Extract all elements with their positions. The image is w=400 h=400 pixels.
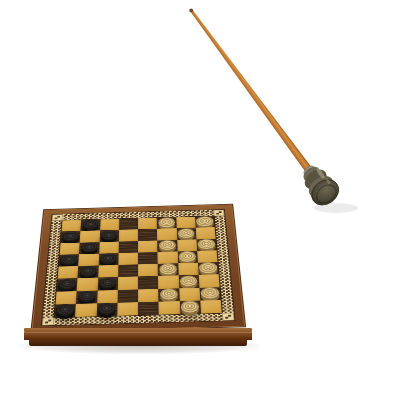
board-square-b5: ⛂ — [78, 265, 99, 278]
board-square-e4 — [138, 252, 158, 264]
board-square-b4 — [78, 254, 98, 266]
board-square-d3 — [118, 241, 138, 253]
board-square-e7 — [138, 289, 159, 302]
board-square-f4 — [158, 251, 178, 263]
photo-antique-draughts-board-and-cane: ⛂⛀⛀⛂⛂⛀⛂⛀⛀⛂⛂⛀⛂⛀⛀⛂⛂⛀⛂⛀⛀⛂⛂⛀ — [0, 0, 400, 400]
dark-checker-piece: ⛂ — [100, 230, 117, 240]
board-square-h7: ⛀ — [199, 287, 221, 300]
board-square-e8 — [138, 301, 159, 315]
dark-checker-piece: ⛂ — [62, 231, 80, 241]
board-frame: ⛂⛀⛀⛂⛂⛀⛂⛀⛀⛂⛂⛀⛂⛀⛀⛂⛂⛀⛂⛀⛀⛂⛂⛀ — [30, 204, 246, 333]
board-square-h5: ⛀ — [198, 262, 219, 275]
inlay-corner-top-right — [213, 210, 224, 216]
board-square-f8 — [159, 301, 180, 315]
board-square-h4 — [197, 250, 218, 262]
inlay-corner-top-left — [52, 214, 63, 220]
light-checker-piece: ⛀ — [159, 263, 177, 274]
board-square-f5: ⛀ — [158, 263, 178, 276]
light-checker-piece: ⛀ — [180, 275, 198, 287]
board-square-g6: ⛀ — [178, 275, 199, 288]
board-square-a1 — [62, 220, 82, 232]
board-square-c1 — [100, 219, 119, 231]
board-square-d6 — [118, 277, 138, 290]
inlay-corner-bottom-left — [42, 318, 54, 326]
cane-shaft — [190, 9, 311, 171]
board-square-e3 — [138, 240, 158, 252]
light-checker-piece: ⛀ — [160, 288, 178, 300]
board-square-a4: ⛂ — [59, 254, 80, 266]
board-square-c5 — [98, 265, 118, 278]
light-checker-piece: ⛀ — [181, 300, 200, 312]
board-square-c3 — [99, 241, 119, 253]
dark-checker-piece: ⛂ — [100, 253, 118, 264]
board-square-f1: ⛀ — [157, 217, 176, 229]
board-square-f2 — [157, 228, 177, 240]
board-square-g1 — [176, 217, 196, 229]
board-square-g3 — [177, 239, 197, 251]
board-square-b2 — [80, 230, 100, 242]
board-square-g2: ⛀ — [176, 228, 196, 240]
board-square-h2 — [196, 227, 216, 239]
board-square-d1 — [119, 218, 138, 230]
board-square-d2 — [119, 229, 138, 241]
base-molding-middle — [24, 332, 252, 340]
board-square-c2: ⛂ — [99, 230, 119, 242]
light-checker-piece: ⛀ — [196, 216, 213, 226]
light-checker-piece: ⛀ — [159, 240, 176, 251]
board-square-b6 — [77, 278, 98, 291]
board-square-d8 — [117, 302, 138, 316]
board-square-e2 — [138, 229, 157, 241]
dark-checker-piece: ⛂ — [80, 242, 98, 253]
dark-checker-piece: ⛂ — [99, 277, 117, 289]
base-molding-bottom — [29, 340, 247, 346]
board-square-e5 — [138, 264, 158, 277]
board-square-d7 — [117, 289, 138, 302]
board-square-g4: ⛀ — [177, 251, 197, 263]
board-square-b8 — [75, 303, 96, 317]
board-inlay-border: ⛂⛀⛀⛂⛂⛀⛂⛀⛀⛂⛂⛀⛂⛀⛀⛂⛂⛀⛂⛀⛀⛂⛂⛀ — [41, 209, 236, 326]
board-square-e1 — [138, 218, 157, 230]
light-checker-piece: ⛀ — [178, 251, 196, 262]
board-square-c8: ⛂ — [96, 303, 117, 317]
board-square-a8: ⛂ — [54, 304, 76, 318]
board-square-a5 — [58, 266, 79, 279]
board-base-plinth — [24, 328, 252, 346]
board-square-b1: ⛂ — [81, 219, 101, 231]
board-square-h1: ⛀ — [195, 216, 215, 228]
board-square-f7: ⛀ — [158, 288, 179, 301]
draughts-board: ⛂⛀⛀⛂⛂⛀⛂⛀⛀⛂⛂⛀⛂⛀⛀⛂⛂⛀⛂⛀⛀⛂⛂⛀ — [30, 204, 246, 333]
board-square-b3: ⛂ — [79, 242, 99, 254]
board-square-a7 — [55, 291, 76, 304]
board-square-d4 — [118, 252, 138, 264]
board-square-a6: ⛂ — [57, 278, 78, 291]
board-square-g5 — [178, 263, 199, 276]
board-square-d5 — [118, 264, 138, 277]
board-square-g8: ⛀ — [179, 300, 201, 314]
board-square-h8 — [200, 300, 222, 314]
light-checker-piece: ⛀ — [177, 228, 194, 238]
board-square-f3: ⛀ — [157, 240, 177, 252]
board-square-c6: ⛂ — [97, 277, 118, 290]
board-square-h3: ⛀ — [196, 239, 216, 251]
dark-checker-piece: ⛂ — [82, 220, 99, 230]
board-square-f6 — [158, 275, 179, 288]
board-square-a3 — [60, 242, 80, 254]
board-square-a2: ⛂ — [61, 231, 81, 243]
light-checker-piece: ⛀ — [158, 217, 175, 227]
light-checker-piece: ⛀ — [199, 262, 217, 273]
dark-checker-piece: ⛂ — [77, 290, 96, 302]
dark-checker-piece: ⛂ — [79, 266, 97, 277]
board-square-g7 — [179, 287, 200, 300]
board-square-c4: ⛂ — [98, 253, 118, 265]
dark-checker-piece: ⛂ — [58, 278, 77, 290]
board-square-e6 — [138, 276, 158, 289]
dark-checker-piece: ⛂ — [60, 254, 78, 265]
light-checker-piece: ⛀ — [200, 287, 219, 299]
board-square-h6 — [198, 274, 219, 287]
light-checker-piece: ⛀ — [197, 239, 215, 250]
dark-checker-piece: ⛂ — [97, 303, 116, 315]
board-square-b7: ⛂ — [76, 290, 97, 303]
board-field: ⛂⛀⛀⛂⛂⛀⛂⛀⛀⛂⛂⛀⛂⛀⛀⛂⛂⛀⛂⛀⛀⛂⛂⛀ — [53, 216, 223, 319]
dark-checker-piece: ⛂ — [56, 304, 75, 316]
cane-tip — [189, 9, 193, 13]
inlay-corner-bottom-right — [222, 313, 235, 321]
board-square-c7 — [97, 290, 118, 303]
